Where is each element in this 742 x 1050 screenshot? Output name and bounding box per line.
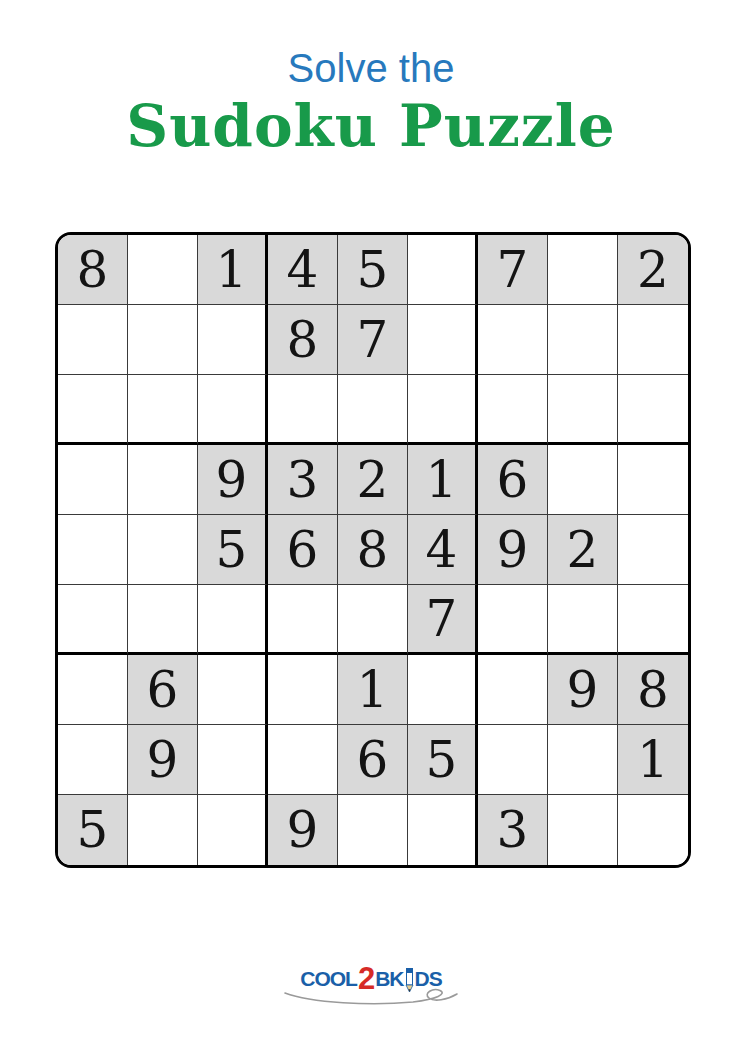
sudoku-cell-r6c5[interactable] <box>338 585 408 655</box>
sudoku-cell-r1c4: 4 <box>268 235 338 305</box>
sudoku-board-wrapper: 8145728793216568492761989651593 <box>55 232 691 868</box>
sudoku-cell-r6c9[interactable] <box>618 585 688 655</box>
sudoku-cell-r5c9[interactable] <box>618 515 688 585</box>
sudoku-cell-r4c7: 6 <box>478 445 548 515</box>
sudoku-cell-r3c1[interactable] <box>58 375 128 445</box>
sudoku-cell-r7c3[interactable] <box>198 655 268 725</box>
sudoku-cell-r8c9: 1 <box>618 725 688 795</box>
sudoku-cell-r4c4: 3 <box>268 445 338 515</box>
sudoku-cell-r9c7: 3 <box>478 795 548 865</box>
sudoku-cell-r1c3: 1 <box>198 235 268 305</box>
sudoku-cell-r3c6[interactable] <box>408 375 478 445</box>
sudoku-cell-r3c8[interactable] <box>548 375 618 445</box>
sudoku-cell-r5c5: 8 <box>338 515 408 585</box>
logo-text-bk: BK <box>375 967 403 991</box>
sudoku-cell-r2c2[interactable] <box>128 305 198 375</box>
sudoku-cell-r9c3[interactable] <box>198 795 268 865</box>
cool2bkids-logo: COOL 2 BK DS <box>0 956 742 1002</box>
sudoku-board: 8145728793216568492761989651593 <box>55 232 691 868</box>
sudoku-cell-r4c5: 2 <box>338 445 408 515</box>
sudoku-cell-r6c8[interactable] <box>548 585 618 655</box>
page-title: Sudoku Puzzle <box>0 92 742 160</box>
sudoku-cell-r6c1[interactable] <box>58 585 128 655</box>
sudoku-cell-r2c1[interactable] <box>58 305 128 375</box>
logo-text-ds: DS <box>415 967 442 991</box>
sudoku-cell-r1c5: 5 <box>338 235 408 305</box>
sudoku-cell-r3c5[interactable] <box>338 375 408 445</box>
sudoku-cell-r3c9[interactable] <box>618 375 688 445</box>
sudoku-cell-r5c1[interactable] <box>58 515 128 585</box>
sudoku-cell-r6c2[interactable] <box>128 585 198 655</box>
sudoku-cell-r4c8[interactable] <box>548 445 618 515</box>
sudoku-cell-r5c4: 6 <box>268 515 338 585</box>
printable-page: Solve the Sudoku Puzzle 8145728793216568… <box>0 0 742 1050</box>
sudoku-cell-r9c5[interactable] <box>338 795 408 865</box>
sudoku-cell-r4c1[interactable] <box>58 445 128 515</box>
page-subtitle: Solve the <box>0 46 742 91</box>
sudoku-cell-r8c2: 9 <box>128 725 198 795</box>
sudoku-cell-r1c6[interactable] <box>408 235 478 305</box>
sudoku-cell-r4c3: 9 <box>198 445 268 515</box>
sudoku-cell-r7c9: 8 <box>618 655 688 725</box>
sudoku-cell-r5c3: 5 <box>198 515 268 585</box>
logo-text-cool: COOL <box>300 967 357 991</box>
sudoku-cell-r8c6: 5 <box>408 725 478 795</box>
sudoku-cell-r9c8[interactable] <box>548 795 618 865</box>
sudoku-cell-r9c6[interactable] <box>408 795 478 865</box>
sudoku-cell-r1c8[interactable] <box>548 235 618 305</box>
sudoku-cell-r6c6: 7 <box>408 585 478 655</box>
sudoku-cell-r9c9[interactable] <box>618 795 688 865</box>
sudoku-cell-r7c8: 9 <box>548 655 618 725</box>
sudoku-cell-r7c2: 6 <box>128 655 198 725</box>
sudoku-cell-r5c8: 2 <box>548 515 618 585</box>
sudoku-cell-r3c4[interactable] <box>268 375 338 445</box>
sudoku-cell-r7c7[interactable] <box>478 655 548 725</box>
sudoku-cell-r1c7: 7 <box>478 235 548 305</box>
sudoku-cell-r8c1[interactable] <box>58 725 128 795</box>
sudoku-cell-r2c8[interactable] <box>548 305 618 375</box>
sudoku-cell-r6c4[interactable] <box>268 585 338 655</box>
sudoku-cell-r4c9[interactable] <box>618 445 688 515</box>
sudoku-cell-r5c7: 9 <box>478 515 548 585</box>
logo-text-2: 2 <box>357 961 375 997</box>
sudoku-cell-r9c1: 5 <box>58 795 128 865</box>
sudoku-cell-r7c4[interactable] <box>268 655 338 725</box>
sudoku-cell-r9c4: 9 <box>268 795 338 865</box>
sudoku-cell-r3c2[interactable] <box>128 375 198 445</box>
sudoku-cell-r8c4[interactable] <box>268 725 338 795</box>
sudoku-cell-r7c5: 1 <box>338 655 408 725</box>
sudoku-cell-r8c3[interactable] <box>198 725 268 795</box>
sudoku-cell-r4c2[interactable] <box>128 445 198 515</box>
sudoku-cell-r7c6[interactable] <box>408 655 478 725</box>
sudoku-cell-r1c9: 2 <box>618 235 688 305</box>
sudoku-cell-r8c5: 6 <box>338 725 408 795</box>
sudoku-cell-r2c6[interactable] <box>408 305 478 375</box>
sudoku-cell-r6c7[interactable] <box>478 585 548 655</box>
sudoku-cell-r2c5: 7 <box>338 305 408 375</box>
sudoku-cell-r7c1[interactable] <box>58 655 128 725</box>
sudoku-cell-r2c9[interactable] <box>618 305 688 375</box>
sudoku-cell-r2c3[interactable] <box>198 305 268 375</box>
sudoku-cell-r8c7[interactable] <box>478 725 548 795</box>
sudoku-cell-r5c2[interactable] <box>128 515 198 585</box>
sudoku-cell-r2c7[interactable] <box>478 305 548 375</box>
sudoku-cell-r6c3[interactable] <box>198 585 268 655</box>
sudoku-cell-r5c6: 4 <box>408 515 478 585</box>
sudoku-cell-r1c1: 8 <box>58 235 128 305</box>
sudoku-cell-r3c3[interactable] <box>198 375 268 445</box>
sudoku-cell-r1c2[interactable] <box>128 235 198 305</box>
sudoku-cell-r9c2[interactable] <box>128 795 198 865</box>
sudoku-cell-r3c7[interactable] <box>478 375 548 445</box>
pencil-icon <box>405 968 414 992</box>
logo-text: COOL 2 BK DS <box>300 961 441 997</box>
sudoku-cell-r8c8[interactable] <box>548 725 618 795</box>
sudoku-cell-r2c4: 8 <box>268 305 338 375</box>
sudoku-cell-r4c6: 1 <box>408 445 478 515</box>
